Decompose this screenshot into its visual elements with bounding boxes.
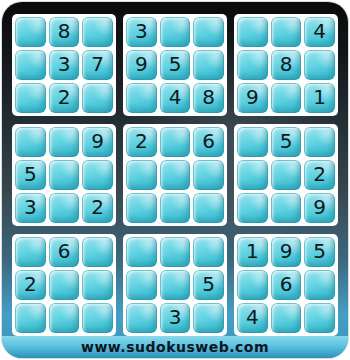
sudoku-box-2: 39548 <box>123 14 227 116</box>
sudoku-cell-r7c2[interactable]: 6 <box>49 237 80 267</box>
sudoku-box-5: 26 <box>123 124 227 226</box>
sudoku-cell-r6c4[interactable] <box>126 193 157 223</box>
sudoku-cell-r7c3[interactable] <box>82 237 113 267</box>
sudoku-cell-r9c9[interactable] <box>304 303 335 333</box>
sudoku-cell-r3c4[interactable] <box>126 83 157 113</box>
sudoku-cell-r7c6[interactable] <box>193 237 224 267</box>
sudoku-board: 8372395484891953226529625319564 <box>2 2 348 336</box>
sudoku-cell-r5c2[interactable] <box>49 160 80 190</box>
sudoku-cell-r3c9[interactable]: 1 <box>304 83 335 113</box>
sudoku-cell-r4c3[interactable]: 9 <box>82 127 113 157</box>
sudoku-cell-r6c3[interactable]: 2 <box>82 193 113 223</box>
sudoku-cell-r6c6[interactable] <box>193 193 224 223</box>
sudoku-cell-r9c3[interactable] <box>82 303 113 333</box>
sudoku-cell-r1c1[interactable] <box>15 17 46 47</box>
sudoku-cell-r8c8[interactable]: 6 <box>271 270 302 300</box>
sudoku-cell-r4c1[interactable] <box>15 127 46 157</box>
sudoku-cell-r4c8[interactable]: 5 <box>271 127 302 157</box>
sudoku-cell-r3c8[interactable] <box>271 83 302 113</box>
sudoku-cell-r3c7[interactable]: 9 <box>237 83 268 113</box>
sudoku-cell-r5c8[interactable] <box>271 160 302 190</box>
website-link[interactable]: www.sudokusweb.com <box>81 339 269 355</box>
sudoku-cell-r6c1[interactable]: 3 <box>15 193 46 223</box>
sudoku-box-6: 529 <box>234 124 338 226</box>
sudoku-cell-r2c9[interactable] <box>304 50 335 80</box>
sudoku-cell-r2c5[interactable]: 5 <box>160 50 191 80</box>
footer-bar: www.sudokusweb.com <box>2 336 348 358</box>
sudoku-cell-r1c2[interactable]: 8 <box>49 17 80 47</box>
sudoku-cell-r9c2[interactable] <box>49 303 80 333</box>
sudoku-cell-r5c7[interactable] <box>237 160 268 190</box>
sudoku-cell-r5c3[interactable] <box>82 160 113 190</box>
sudoku-cell-r8c7[interactable] <box>237 270 268 300</box>
sudoku-cell-r4c9[interactable] <box>304 127 335 157</box>
sudoku-cell-r7c4[interactable] <box>126 237 157 267</box>
sudoku-cell-r8c3[interactable] <box>82 270 113 300</box>
sudoku-cell-r2c4[interactable]: 9 <box>126 50 157 80</box>
sudoku-cell-r1c7[interactable] <box>237 17 268 47</box>
sudoku-cell-r7c8[interactable]: 9 <box>271 237 302 267</box>
sudoku-cell-r4c7[interactable] <box>237 127 268 157</box>
sudoku-cell-r1c8[interactable] <box>271 17 302 47</box>
sudoku-cell-r1c6[interactable] <box>193 17 224 47</box>
sudoku-cell-r1c5[interactable] <box>160 17 191 47</box>
sudoku-cell-r7c7[interactable]: 1 <box>237 237 268 267</box>
sudoku-cell-r2c1[interactable] <box>15 50 46 80</box>
sudoku-cell-r3c6[interactable]: 8 <box>193 83 224 113</box>
sudoku-box-9: 19564 <box>234 234 338 336</box>
sudoku-cell-r7c1[interactable] <box>15 237 46 267</box>
sudoku-cell-r6c7[interactable] <box>237 193 268 223</box>
sudoku-cell-r5c4[interactable] <box>126 160 157 190</box>
sudoku-cell-r8c4[interactable] <box>126 270 157 300</box>
sudoku-cell-r9c7[interactable]: 4 <box>237 303 268 333</box>
sudoku-cell-r9c8[interactable] <box>271 303 302 333</box>
sudoku-cell-r4c2[interactable] <box>49 127 80 157</box>
sudoku-cell-r4c6[interactable]: 6 <box>193 127 224 157</box>
sudoku-cell-r3c2[interactable]: 2 <box>49 83 80 113</box>
sudoku-cell-r1c3[interactable] <box>82 17 113 47</box>
sudoku-cell-r3c3[interactable] <box>82 83 113 113</box>
sudoku-cell-r2c6[interactable] <box>193 50 224 80</box>
sudoku-page: 8372395484891953226529625319564 www.sudo… <box>0 0 350 360</box>
sudoku-cell-r9c4[interactable] <box>126 303 157 333</box>
sudoku-cell-r9c1[interactable] <box>15 303 46 333</box>
sudoku-box-7: 62 <box>12 234 116 336</box>
sudoku-box-8: 53 <box>123 234 227 336</box>
sudoku-cell-r3c5[interactable]: 4 <box>160 83 191 113</box>
sudoku-cell-r5c1[interactable]: 5 <box>15 160 46 190</box>
sudoku-box-3: 4891 <box>234 14 338 116</box>
sudoku-cell-r5c5[interactable] <box>160 160 191 190</box>
sudoku-cell-r6c5[interactable] <box>160 193 191 223</box>
sudoku-cell-r1c9[interactable]: 4 <box>304 17 335 47</box>
sudoku-cell-r2c2[interactable]: 3 <box>49 50 80 80</box>
sudoku-cell-r4c4[interactable]: 2 <box>126 127 157 157</box>
sudoku-cell-r5c9[interactable]: 2 <box>304 160 335 190</box>
sudoku-cell-r8c5[interactable] <box>160 270 191 300</box>
sudoku-cell-r7c5[interactable] <box>160 237 191 267</box>
sudoku-cell-r2c7[interactable] <box>237 50 268 80</box>
sudoku-cell-r9c5[interactable]: 3 <box>160 303 191 333</box>
sudoku-cell-r4c5[interactable] <box>160 127 191 157</box>
sudoku-cell-r8c2[interactable] <box>49 270 80 300</box>
sudoku-board-frame: 8372395484891953226529625319564 www.sudo… <box>2 2 348 358</box>
sudoku-cell-r3c1[interactable] <box>15 83 46 113</box>
sudoku-cell-r9c6[interactable] <box>193 303 224 333</box>
sudoku-cell-r8c6[interactable]: 5 <box>193 270 224 300</box>
sudoku-cell-r2c8[interactable]: 8 <box>271 50 302 80</box>
sudoku-cell-r8c9[interactable] <box>304 270 335 300</box>
sudoku-box-4: 9532 <box>12 124 116 226</box>
sudoku-cell-r7c9[interactable]: 5 <box>304 237 335 267</box>
sudoku-cell-r1c4[interactable]: 3 <box>126 17 157 47</box>
sudoku-cell-r6c8[interactable] <box>271 193 302 223</box>
sudoku-cell-r2c3[interactable]: 7 <box>82 50 113 80</box>
sudoku-cell-r8c1[interactable]: 2 <box>15 270 46 300</box>
sudoku-cell-r5c6[interactable] <box>193 160 224 190</box>
sudoku-cell-r6c2[interactable] <box>49 193 80 223</box>
sudoku-cell-r6c9[interactable]: 9 <box>304 193 335 223</box>
sudoku-box-1: 8372 <box>12 14 116 116</box>
